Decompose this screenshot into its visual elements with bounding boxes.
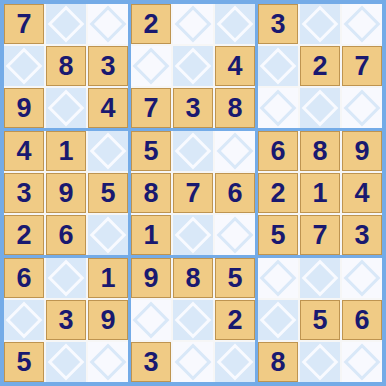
diamond-icon xyxy=(344,260,381,297)
diamond-icon xyxy=(302,260,339,297)
diamond-icon xyxy=(260,48,297,85)
cell-r8c1[interactable] xyxy=(4,300,44,340)
cell-r7c1: 6 xyxy=(4,258,44,298)
cell-r9c3[interactable] xyxy=(88,342,128,382)
cell-r8c3: 9 xyxy=(88,300,128,340)
cell-r3c1: 9 xyxy=(4,88,44,128)
diamond-icon xyxy=(6,48,43,85)
sudoku-grid: 7238342794738415689395876214261573619853… xyxy=(4,4,382,382)
cell-r7c4: 9 xyxy=(131,258,171,298)
cell-r6c5[interactable] xyxy=(173,215,213,255)
cell-r6c9: 3 xyxy=(342,215,382,255)
cell-r4c2: 1 xyxy=(46,131,86,171)
cell-r9c2[interactable] xyxy=(46,342,86,382)
cell-r7c5: 8 xyxy=(173,258,213,298)
cell-r8c5[interactable] xyxy=(173,300,213,340)
cell-r9c7: 8 xyxy=(258,342,298,382)
cell-r3c6: 8 xyxy=(215,88,255,128)
cell-r6c7: 5 xyxy=(258,215,298,255)
cell-r3c5: 3 xyxy=(173,88,213,128)
cell-r6c4: 1 xyxy=(131,215,171,255)
cell-r2c6: 4 xyxy=(215,46,255,86)
diamond-icon xyxy=(133,302,170,339)
cell-r8c6: 2 xyxy=(215,300,255,340)
cell-r2c4[interactable] xyxy=(131,46,171,86)
cell-r1c5[interactable] xyxy=(173,4,213,44)
cell-r7c8[interactable] xyxy=(300,258,340,298)
cell-r1c7: 3 xyxy=(258,4,298,44)
cell-r8c7[interactable] xyxy=(258,300,298,340)
cell-r3c8[interactable] xyxy=(300,88,340,128)
diamond-icon xyxy=(260,302,297,339)
cell-r8c2: 3 xyxy=(46,300,86,340)
cell-r8c8: 5 xyxy=(300,300,340,340)
cell-r5c2: 9 xyxy=(46,173,86,213)
diamond-icon xyxy=(90,217,127,254)
diamond-icon xyxy=(90,344,127,381)
diamond-icon xyxy=(48,344,85,381)
diamond-icon xyxy=(175,217,212,254)
diamond-icon xyxy=(217,6,254,43)
diamond-icon xyxy=(344,6,381,43)
cell-r9c9[interactable] xyxy=(342,342,382,382)
diamond-icon xyxy=(302,6,339,43)
cell-r7c7[interactable] xyxy=(258,258,298,298)
diamond-icon xyxy=(6,302,43,339)
cell-r2c3: 3 xyxy=(88,46,128,86)
cell-r5c9: 4 xyxy=(342,173,382,213)
diamond-icon xyxy=(260,90,297,127)
cell-r4c5[interactable] xyxy=(173,131,213,171)
cell-r4c1: 4 xyxy=(4,131,44,171)
cell-r7c3: 1 xyxy=(88,258,128,298)
diamond-icon xyxy=(48,260,85,297)
cell-r6c3[interactable] xyxy=(88,215,128,255)
cell-r7c9[interactable] xyxy=(342,258,382,298)
cell-r5c1: 3 xyxy=(4,173,44,213)
cell-r1c4: 2 xyxy=(131,4,171,44)
diamond-icon xyxy=(133,48,170,85)
cell-r9c6[interactable] xyxy=(215,342,255,382)
cell-r5c7: 2 xyxy=(258,173,298,213)
cell-r9c5[interactable] xyxy=(173,342,213,382)
cell-r4c8: 8 xyxy=(300,131,340,171)
diamond-icon xyxy=(175,344,212,381)
diamond-icon xyxy=(175,48,212,85)
cell-r4c4: 5 xyxy=(131,131,171,171)
cell-r1c1: 7 xyxy=(4,4,44,44)
cell-r6c6[interactable] xyxy=(215,215,255,255)
cell-r9c8[interactable] xyxy=(300,342,340,382)
diamond-icon xyxy=(90,6,127,43)
cell-r7c2[interactable] xyxy=(46,258,86,298)
cell-r5c4: 8 xyxy=(131,173,171,213)
diamond-icon xyxy=(344,344,381,381)
cell-r1c3[interactable] xyxy=(88,4,128,44)
diamond-icon xyxy=(175,133,212,170)
cell-r9c4: 3 xyxy=(131,342,171,382)
cell-r3c2[interactable] xyxy=(46,88,86,128)
cell-r5c5: 7 xyxy=(173,173,213,213)
cell-r3c9[interactable] xyxy=(342,88,382,128)
cell-r1c9[interactable] xyxy=(342,4,382,44)
cell-r5c6: 6 xyxy=(215,173,255,213)
cell-r4c7: 6 xyxy=(258,131,298,171)
sudoku-board: 7238342794738415689395876214261573619853… xyxy=(0,0,386,386)
diamond-icon xyxy=(217,133,254,170)
cell-r6c1: 2 xyxy=(4,215,44,255)
cell-r5c3: 5 xyxy=(88,173,128,213)
diamond-icon xyxy=(217,217,254,254)
cell-r1c2[interactable] xyxy=(46,4,86,44)
diamond-icon xyxy=(302,344,339,381)
diamond-icon xyxy=(175,302,212,339)
cell-r4c6[interactable] xyxy=(215,131,255,171)
diamond-icon xyxy=(260,260,297,297)
cell-r2c5[interactable] xyxy=(173,46,213,86)
cell-r2c7[interactable] xyxy=(258,46,298,86)
cell-r1c8[interactable] xyxy=(300,4,340,44)
cell-r1c6[interactable] xyxy=(215,4,255,44)
cell-r3c4: 7 xyxy=(131,88,171,128)
cell-r2c9: 7 xyxy=(342,46,382,86)
diamond-icon xyxy=(175,6,212,43)
cell-r4c3[interactable] xyxy=(88,131,128,171)
diamond-icon xyxy=(217,344,254,381)
diamond-icon xyxy=(302,90,339,127)
cell-r2c8: 2 xyxy=(300,46,340,86)
cell-r3c3: 4 xyxy=(88,88,128,128)
cell-r3c7[interactable] xyxy=(258,88,298,128)
cell-r2c2: 8 xyxy=(46,46,86,86)
cell-r5c8: 1 xyxy=(300,173,340,213)
cell-r8c4[interactable] xyxy=(131,300,171,340)
cell-r2c1[interactable] xyxy=(4,46,44,86)
cell-r7c6: 5 xyxy=(215,258,255,298)
cell-r9c1: 5 xyxy=(4,342,44,382)
diamond-icon xyxy=(90,133,127,170)
diamond-icon xyxy=(48,6,85,43)
cell-r4c9: 9 xyxy=(342,131,382,171)
diamond-icon xyxy=(344,90,381,127)
cell-r8c9: 6 xyxy=(342,300,382,340)
cell-r6c2: 6 xyxy=(46,215,86,255)
diamond-icon xyxy=(48,90,85,127)
cell-r6c8: 7 xyxy=(300,215,340,255)
